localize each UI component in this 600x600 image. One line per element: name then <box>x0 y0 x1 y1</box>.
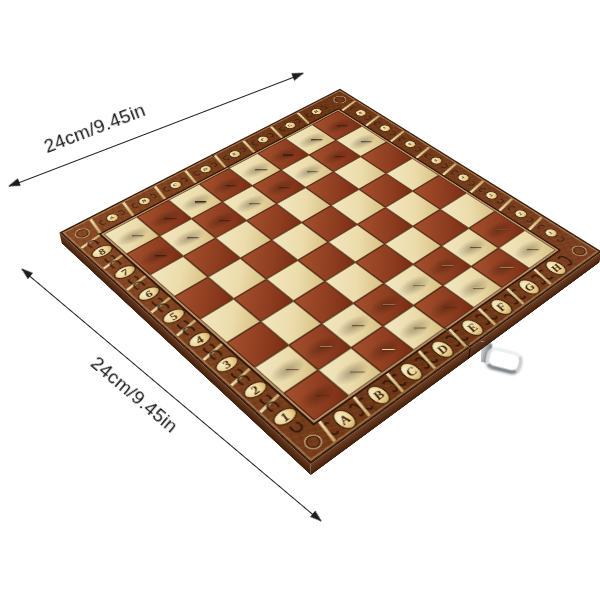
scroll-ornament-icon <box>555 236 565 243</box>
scroll-ornament-icon <box>397 136 406 141</box>
coordinate-medallion: 4 <box>184 329 214 350</box>
clasp-loop-icon <box>484 345 525 375</box>
corner-ring-icon <box>71 226 92 240</box>
corner-ring-icon <box>300 432 325 452</box>
scroll-ornament-icon <box>477 187 486 193</box>
scroll-ornament-icon <box>97 220 106 226</box>
coordinate-medallion: E <box>457 316 488 338</box>
coordinate-medallion: 2 <box>239 378 270 401</box>
coordinate-medallion: 1 <box>268 404 300 429</box>
coordinate-medallion: 3 <box>211 353 242 375</box>
coordinate-medallion: 7 <box>110 263 139 282</box>
coordinate-medallion: 6 <box>134 284 163 304</box>
coordinate-medallion: G <box>514 276 544 297</box>
board-3d-scene: AABBCCDDEEFFGGHH8877665544332211♜♞♝♛♚♝♞♜… <box>0 0 600 600</box>
scroll-ornament-icon <box>451 328 471 343</box>
scroll-ornament-icon <box>467 180 476 186</box>
coordinate-medallion: 8 <box>87 242 115 260</box>
coordinate-medallion: 5 <box>158 306 188 327</box>
product-photo-stage: AABBCCDDEEFFGGHH8877665544332211♜♞♝♛♚♝♞♜… <box>0 0 600 600</box>
corner-ring-icon <box>568 244 590 258</box>
